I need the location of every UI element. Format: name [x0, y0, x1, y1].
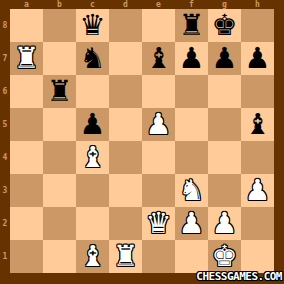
square-b1[interactable] — [43, 240, 76, 273]
white-bishop-c4[interactable]: ♝ — [76, 141, 109, 174]
square-a2[interactable] — [10, 207, 43, 240]
black-queen-c8[interactable]: ♛ — [76, 9, 109, 42]
square-e6[interactable] — [142, 75, 175, 108]
square-h5[interactable]: ♝ — [241, 108, 274, 141]
square-c5[interactable]: ♟ — [76, 108, 109, 141]
board: ♛♜♚♜♞♝♟♟♟♜♟♟♝♝♞♟♛♟♟♝♜♚ — [10, 9, 274, 273]
square-b8[interactable] — [43, 9, 76, 42]
square-f3[interactable]: ♞ — [175, 174, 208, 207]
rank-label-4: 4 — [0, 141, 10, 174]
white-rook-d1[interactable]: ♜ — [109, 240, 142, 273]
white-bishop-c1[interactable]: ♝ — [76, 240, 109, 273]
branding-label: CHESSGAMES.COM — [196, 270, 282, 283]
square-a3[interactable] — [10, 174, 43, 207]
white-rook-a7[interactable]: ♜ — [10, 42, 43, 75]
square-d8[interactable] — [109, 9, 142, 42]
square-c1[interactable]: ♝ — [76, 240, 109, 273]
square-d1[interactable]: ♜ — [109, 240, 142, 273]
square-d2[interactable] — [109, 207, 142, 240]
square-c2[interactable] — [76, 207, 109, 240]
square-d6[interactable] — [109, 75, 142, 108]
black-rook-b6[interactable]: ♜ — [43, 75, 76, 108]
square-g2[interactable]: ♟ — [208, 207, 241, 240]
square-g1[interactable]: ♚ — [208, 240, 241, 273]
white-king-g1[interactable]: ♚ — [208, 240, 241, 273]
file-label-h: h — [241, 0, 274, 9]
square-e3[interactable] — [142, 174, 175, 207]
square-h6[interactable] — [241, 75, 274, 108]
square-c3[interactable] — [76, 174, 109, 207]
square-f4[interactable] — [175, 141, 208, 174]
black-pawn-c5[interactable]: ♟ — [76, 108, 109, 141]
square-f6[interactable] — [175, 75, 208, 108]
rank-label-2: 2 — [0, 207, 10, 240]
black-king-g8[interactable]: ♚ — [208, 9, 241, 42]
square-f8[interactable]: ♜ — [175, 9, 208, 42]
white-knight-f3[interactable]: ♞ — [175, 174, 208, 207]
black-pawn-g7[interactable]: ♟ — [208, 42, 241, 75]
rank-label-6: 6 — [0, 75, 10, 108]
square-e7[interactable]: ♝ — [142, 42, 175, 75]
square-g7[interactable]: ♟ — [208, 42, 241, 75]
square-b2[interactable] — [43, 207, 76, 240]
square-e4[interactable] — [142, 141, 175, 174]
square-h2[interactable] — [241, 207, 274, 240]
square-d4[interactable] — [109, 141, 142, 174]
square-a6[interactable] — [10, 75, 43, 108]
square-g5[interactable] — [208, 108, 241, 141]
file-label-b: b — [43, 0, 76, 9]
file-label-e: e — [142, 0, 175, 9]
square-e1[interactable] — [142, 240, 175, 273]
square-b4[interactable] — [43, 141, 76, 174]
square-g4[interactable] — [208, 141, 241, 174]
square-b5[interactable] — [43, 108, 76, 141]
square-e8[interactable] — [142, 9, 175, 42]
square-a4[interactable] — [10, 141, 43, 174]
square-a5[interactable] — [10, 108, 43, 141]
square-c7[interactable]: ♞ — [76, 42, 109, 75]
square-c4[interactable]: ♝ — [76, 141, 109, 174]
white-pawn-e5[interactable]: ♟ — [142, 108, 175, 141]
square-f2[interactable]: ♟ — [175, 207, 208, 240]
black-rook-f8[interactable]: ♜ — [175, 9, 208, 42]
square-g6[interactable] — [208, 75, 241, 108]
rank-label-5: 5 — [0, 108, 10, 141]
file-label-d: d — [109, 0, 142, 9]
square-e5[interactable]: ♟ — [142, 108, 175, 141]
square-h7[interactable]: ♟ — [241, 42, 274, 75]
rank-label-1: 1 — [0, 240, 10, 273]
white-pawn-f2[interactable]: ♟ — [175, 207, 208, 240]
square-d5[interactable] — [109, 108, 142, 141]
square-c8[interactable]: ♛ — [76, 9, 109, 42]
square-a1[interactable] — [10, 240, 43, 273]
rank-labels: 87654321 — [0, 9, 10, 273]
square-e2[interactable]: ♛ — [142, 207, 175, 240]
square-a8[interactable] — [10, 9, 43, 42]
white-pawn-h3[interactable]: ♟ — [241, 174, 274, 207]
black-knight-c7[interactable]: ♞ — [76, 42, 109, 75]
square-f7[interactable]: ♟ — [175, 42, 208, 75]
square-h1[interactable] — [241, 240, 274, 273]
square-h4[interactable] — [241, 141, 274, 174]
chess-board-frame: abcdefgh 87654321 ♛♜♚♜♞♝♟♟♟♜♟♟♝♝♞♟♛♟♟♝♜♚… — [0, 0, 284, 284]
square-b3[interactable] — [43, 174, 76, 207]
square-h3[interactable]: ♟ — [241, 174, 274, 207]
black-pawn-h7[interactable]: ♟ — [241, 42, 274, 75]
square-d3[interactable] — [109, 174, 142, 207]
square-a7[interactable]: ♜ — [10, 42, 43, 75]
square-h8[interactable] — [241, 9, 274, 42]
square-c6[interactable] — [76, 75, 109, 108]
white-pawn-g2[interactable]: ♟ — [208, 207, 241, 240]
rank-label-3: 3 — [0, 174, 10, 207]
file-label-a: a — [10, 0, 43, 9]
black-bishop-e7[interactable]: ♝ — [142, 42, 175, 75]
square-g3[interactable] — [208, 174, 241, 207]
square-b7[interactable] — [43, 42, 76, 75]
white-queen-e2[interactable]: ♛ — [142, 207, 175, 240]
square-d7[interactable] — [109, 42, 142, 75]
black-pawn-f7[interactable]: ♟ — [175, 42, 208, 75]
black-bishop-h5[interactable]: ♝ — [241, 108, 274, 141]
square-b6[interactable]: ♜ — [43, 75, 76, 108]
rank-label-7: 7 — [0, 42, 10, 75]
square-f5[interactable] — [175, 108, 208, 141]
square-f1[interactable] — [175, 240, 208, 273]
square-g8[interactable]: ♚ — [208, 9, 241, 42]
rank-label-8: 8 — [0, 9, 10, 42]
